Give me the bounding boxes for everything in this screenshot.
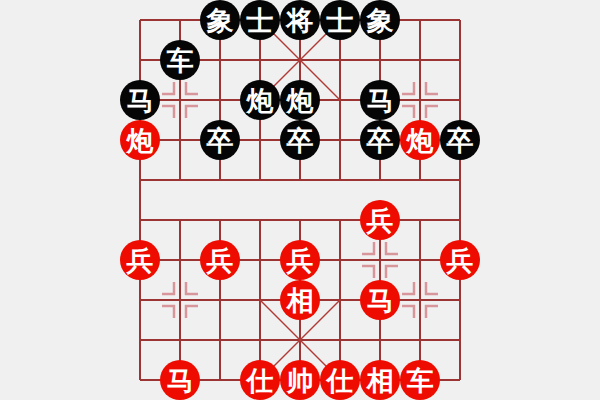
piece-red-soldier[interactable]: 兵 xyxy=(200,240,240,280)
piece-red-advisor[interactable]: 仕 xyxy=(240,360,280,400)
piece-red-soldier[interactable]: 兵 xyxy=(280,240,320,280)
piece-black-chariot[interactable]: 车 xyxy=(160,40,200,80)
piece-black-soldier[interactable]: 卒 xyxy=(280,120,320,160)
piece-black-cannon[interactable]: 炮 xyxy=(240,80,280,120)
piece-red-horse[interactable]: 马 xyxy=(160,360,200,400)
piece-red-general[interactable]: 帅 xyxy=(280,360,320,400)
xiangqi-app-window: 象士将士象车马炮炮马炮卒卒卒炮卒兵兵兵兵兵相马马仕帅仕相车 xyxy=(0,0,600,400)
piece-black-advisor[interactable]: 士 xyxy=(320,0,360,40)
piece-black-elephant[interactable]: 象 xyxy=(200,0,240,40)
piece-red-elephant[interactable]: 相 xyxy=(280,280,320,320)
pieces-layer: 象士将士象车马炮炮马炮卒卒卒炮卒兵兵兵兵兵相马马仕帅仕相车 xyxy=(120,0,480,400)
piece-red-cannon[interactable]: 炮 xyxy=(120,120,160,160)
piece-black-cannon[interactable]: 炮 xyxy=(280,80,320,120)
piece-black-horse[interactable]: 马 xyxy=(360,80,400,120)
piece-red-cannon[interactable]: 炮 xyxy=(400,120,440,160)
piece-black-soldier[interactable]: 卒 xyxy=(360,120,400,160)
piece-red-soldier[interactable]: 兵 xyxy=(360,200,400,240)
piece-red-elephant[interactable]: 相 xyxy=(360,360,400,400)
piece-black-advisor[interactable]: 士 xyxy=(240,0,280,40)
piece-black-soldier[interactable]: 卒 xyxy=(200,120,240,160)
piece-red-horse[interactable]: 马 xyxy=(360,280,400,320)
piece-red-advisor[interactable]: 仕 xyxy=(320,360,360,400)
piece-black-general[interactable]: 将 xyxy=(280,0,320,40)
piece-black-horse[interactable]: 马 xyxy=(120,80,160,120)
piece-black-elephant[interactable]: 象 xyxy=(360,0,400,40)
piece-black-soldier[interactable]: 卒 xyxy=(440,120,480,160)
piece-red-chariot[interactable]: 车 xyxy=(400,360,440,400)
piece-red-soldier[interactable]: 兵 xyxy=(440,240,480,280)
piece-red-soldier[interactable]: 兵 xyxy=(120,240,160,280)
